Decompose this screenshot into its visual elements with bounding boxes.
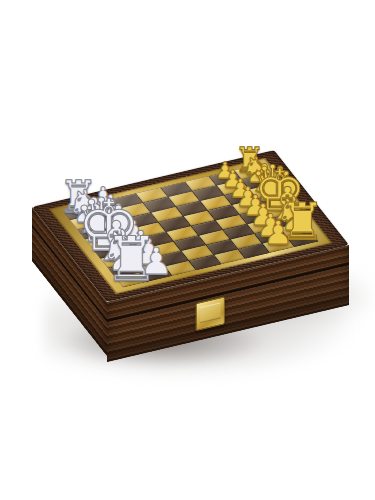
product-photo-stage: ♜♞♝♛♚♝♞♜♟♟♟♟♟♟♟♟♟♟♟♟♟♟♟♟♜♞♝♛♚♝♞♜ (0, 0, 375, 500)
brass-clasp-plate (200, 302, 221, 323)
brass-clasp (196, 296, 225, 331)
